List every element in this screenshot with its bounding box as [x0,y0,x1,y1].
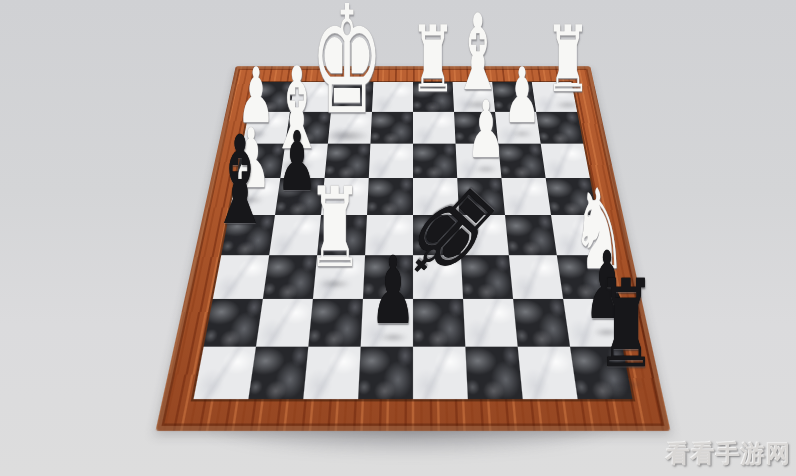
square-a2 [204,299,263,347]
square-a1 [194,347,256,399]
chess-scene: ♜♝♜♟♚♟♝♟♟♟♝♚♜♞♟♟♜ 看看手游网 [0,0,796,476]
square-e6 [413,144,457,178]
square-f2 [463,299,518,347]
square-d8 [372,82,413,112]
square-h1 [570,347,632,399]
square-b7 [285,112,331,144]
square-e2 [413,299,465,347]
square-a6 [236,144,285,178]
square-a3 [213,255,269,299]
square-f7 [454,112,498,144]
square-g5 [501,178,551,215]
square-b6 [280,144,328,178]
square-b4 [269,215,321,255]
square-f8 [453,82,495,112]
board-grid [194,82,633,399]
square-g1 [518,347,578,399]
square-f5 [457,178,505,215]
square-h6 [541,144,590,178]
square-d1 [358,347,413,399]
square-e8 [413,82,454,112]
square-g3 [509,255,563,299]
square-f4 [459,215,509,255]
square-e3 [413,255,463,299]
square-b3 [263,255,317,299]
square-b5 [275,178,325,215]
square-c6 [325,144,371,178]
square-c1 [303,347,360,399]
square-h8 [532,82,577,112]
square-h7 [536,112,583,144]
square-g8 [492,82,536,112]
square-g2 [513,299,570,347]
square-g4 [505,215,557,255]
square-h2 [563,299,622,347]
square-c3 [313,255,365,299]
square-h4 [551,215,605,255]
square-a8 [249,82,294,112]
square-f6 [456,144,502,178]
square-a4 [221,215,275,255]
square-b1 [248,347,308,399]
square-c4 [317,215,367,255]
square-d6 [369,144,413,178]
square-e1 [413,347,468,399]
square-d7 [370,112,413,144]
square-b2 [256,299,313,347]
square-a7 [243,112,290,144]
square-e5 [413,178,459,215]
square-e7 [413,112,456,144]
square-d4 [365,215,413,255]
square-d5 [367,178,413,215]
chess-board-3d [155,66,670,431]
square-e4 [413,215,461,255]
square-h3 [557,255,613,299]
square-c2 [308,299,363,347]
square-f1 [465,347,522,399]
square-c7 [328,112,372,144]
square-c8 [331,82,373,112]
square-b8 [290,82,334,112]
square-d3 [363,255,413,299]
square-h5 [546,178,597,215]
board-wood-frame [155,66,670,431]
watermark-text: 看看手游网 [666,438,791,470]
square-c5 [321,178,369,215]
square-f3 [461,255,513,299]
square-g7 [495,112,541,144]
square-d2 [361,299,413,347]
square-g6 [498,144,546,178]
square-a5 [229,178,280,215]
